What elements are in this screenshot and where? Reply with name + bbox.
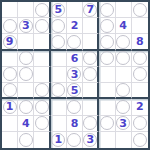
odd-marker-circle [35, 3, 49, 17]
cell-r1c1[interactable] [2, 2, 18, 18]
cell-r5c2[interactable] [18, 67, 34, 83]
cell-r1c3[interactable] [34, 2, 50, 18]
cell-r4c3[interactable] [34, 51, 50, 67]
cell-r1c5[interactable] [67, 2, 83, 18]
odd-marker-circle [83, 67, 97, 81]
cell-r1c4[interactable]: 5 [51, 2, 67, 18]
cell-r8c8[interactable]: 3 [116, 116, 132, 132]
given-digit: 1 [54, 134, 62, 145]
cell-r2c3[interactable] [34, 18, 50, 34]
cell-r6c9[interactable] [132, 83, 148, 99]
odd-marker-circle [83, 51, 97, 65]
cell-r7c8[interactable] [116, 99, 132, 115]
cell-r8c1[interactable] [2, 116, 18, 132]
cell-r8c5[interactable]: 8 [67, 116, 83, 132]
odd-marker-circle [19, 133, 33, 147]
cell-r2c5[interactable]: 2 [67, 18, 83, 34]
cell-r4c7[interactable] [99, 51, 115, 67]
cell-r8c4[interactable] [51, 116, 67, 132]
cell-r9c6[interactable]: 3 [83, 132, 99, 148]
cell-r4c1[interactable] [2, 51, 18, 67]
cell-r9c4[interactable]: 1 [51, 132, 67, 148]
odd-marker-circle [51, 35, 65, 49]
given-digit: 4 [22, 118, 30, 129]
cell-r2c7[interactable] [99, 18, 115, 34]
cell-r9c9[interactable] [132, 132, 148, 148]
odd-marker-circle [133, 51, 147, 65]
cell-r5c1[interactable] [2, 67, 18, 83]
odd-marker-circle [51, 19, 65, 33]
cell-r6c2[interactable] [18, 83, 34, 99]
cell-r1c8[interactable] [116, 2, 132, 18]
odd-marker-circle [35, 116, 49, 130]
cell-r6c5[interactable]: 5 [67, 83, 83, 99]
odd-marker-circle [100, 19, 114, 33]
odd-marker-circle [3, 19, 17, 33]
sudoku-board: 57324986351248313 [0, 0, 150, 150]
given-digit: 6 [71, 53, 79, 64]
given-digit: 2 [71, 20, 79, 31]
odd-marker-circle [133, 67, 147, 81]
cell-r7c4[interactable] [51, 99, 67, 115]
cell-r6c7[interactable] [99, 83, 115, 99]
cell-r3c1[interactable]: 9 [2, 34, 18, 50]
cell-r5c6[interactable] [83, 67, 99, 83]
cell-r7c7[interactable] [99, 99, 115, 115]
cell-r3c2[interactable] [18, 34, 34, 50]
cell-r7c5[interactable] [67, 99, 83, 115]
cell-r7c2[interactable] [18, 99, 34, 115]
cell-r3c3[interactable] [34, 34, 50, 50]
odd-marker-circle [35, 19, 49, 33]
cell-r3c4[interactable] [51, 34, 67, 50]
odd-marker-circle [100, 35, 114, 49]
given-digit: 8 [136, 36, 144, 47]
cell-r9c2[interactable] [18, 132, 34, 148]
cell-r2c9[interactable] [132, 18, 148, 34]
odd-marker-circle [19, 100, 33, 114]
cell-r2c8[interactable]: 4 [116, 18, 132, 34]
given-digit: 7 [86, 4, 94, 15]
cell-r2c6[interactable] [83, 18, 99, 34]
given-digit: 3 [86, 134, 94, 145]
given-digit: 8 [71, 118, 79, 129]
given-digit: 3 [119, 118, 127, 129]
cell-r4c8[interactable] [116, 51, 132, 67]
given-digit: 3 [22, 20, 30, 31]
given-digit: 5 [54, 4, 62, 15]
odd-marker-circle [19, 51, 33, 65]
cell-r6c1[interactable] [2, 83, 18, 99]
odd-marker-circle [100, 3, 114, 17]
cell-r5c5[interactable]: 3 [67, 67, 83, 83]
given-digit: 1 [6, 101, 14, 112]
odd-marker-circle [133, 133, 147, 147]
cell-r3c9[interactable]: 8 [132, 34, 148, 50]
given-digit: 4 [119, 20, 127, 31]
cell-r6c8[interactable] [116, 83, 132, 99]
odd-marker-circle [35, 83, 49, 97]
odd-marker-circle [3, 67, 17, 81]
cell-r4c2[interactable] [18, 51, 34, 67]
cell-r4c5[interactable]: 6 [67, 51, 83, 67]
cell-r5c8[interactable] [116, 67, 132, 83]
cell-r8c7[interactable] [99, 116, 115, 132]
cell-r9c3[interactable] [34, 132, 50, 148]
cell-r1c6[interactable]: 7 [83, 2, 99, 18]
cell-r3c8[interactable] [116, 34, 132, 50]
cell-r2c2[interactable]: 3 [18, 18, 34, 34]
cell-r9c8[interactable] [116, 132, 132, 148]
cell-r2c1[interactable] [2, 18, 18, 34]
cell-r3c6[interactable] [83, 34, 99, 50]
odd-marker-circle [100, 116, 114, 130]
odd-marker-circle [133, 116, 147, 130]
cell-r5c9[interactable] [132, 67, 148, 83]
cell-r1c7[interactable] [99, 2, 115, 18]
cell-r5c7[interactable] [99, 67, 115, 83]
given-digit: 5 [71, 85, 79, 96]
cell-r1c9[interactable] [132, 2, 148, 18]
odd-marker-circle [35, 100, 49, 114]
odd-marker-circle [116, 35, 130, 49]
cell-r6c4[interactable] [51, 83, 67, 99]
cell-r5c4[interactable] [51, 67, 67, 83]
cell-r6c6[interactable] [83, 83, 99, 99]
given-digit: 2 [136, 101, 144, 112]
cell-r4c9[interactable] [132, 51, 148, 67]
odd-marker-circle [116, 83, 130, 97]
odd-marker-circle [116, 100, 130, 114]
odd-marker-circle [51, 83, 65, 97]
cell-r7c3[interactable] [34, 99, 50, 115]
odd-marker-circle [83, 116, 97, 130]
odd-marker-circle [100, 51, 114, 65]
odd-marker-circle [19, 67, 33, 81]
cell-r4c6[interactable] [83, 51, 99, 67]
cell-r2c4[interactable] [51, 18, 67, 34]
cell-r7c9[interactable]: 2 [132, 99, 148, 115]
given-digit: 9 [6, 36, 14, 47]
given-digit: 3 [71, 69, 79, 80]
odd-marker-circle [67, 100, 81, 114]
cell-r3c7[interactable] [99, 34, 115, 50]
odd-marker-circle [67, 35, 81, 49]
cell-r6c3[interactable] [34, 83, 50, 99]
cell-r8c9[interactable] [132, 116, 148, 132]
cell-r9c1[interactable] [2, 132, 18, 148]
odd-marker-circle [67, 133, 81, 147]
cell-r8c2[interactable]: 4 [18, 116, 34, 132]
cell-r4c4[interactable] [51, 51, 67, 67]
cell-r8c6[interactable] [83, 116, 99, 132]
cell-r7c6[interactable] [83, 99, 99, 115]
cell-r9c7[interactable] [99, 132, 115, 148]
cell-r8c3[interactable] [34, 116, 50, 132]
cell-r1c2[interactable] [18, 2, 34, 18]
cell-r9c5[interactable] [67, 132, 83, 148]
cell-r5c3[interactable] [34, 67, 50, 83]
odd-marker-circle [133, 3, 147, 17]
odd-marker-circle [116, 51, 130, 65]
cell-r7c1[interactable]: 1 [2, 99, 18, 115]
odd-marker-circle [3, 83, 17, 97]
cell-r3c5[interactable] [67, 34, 83, 50]
